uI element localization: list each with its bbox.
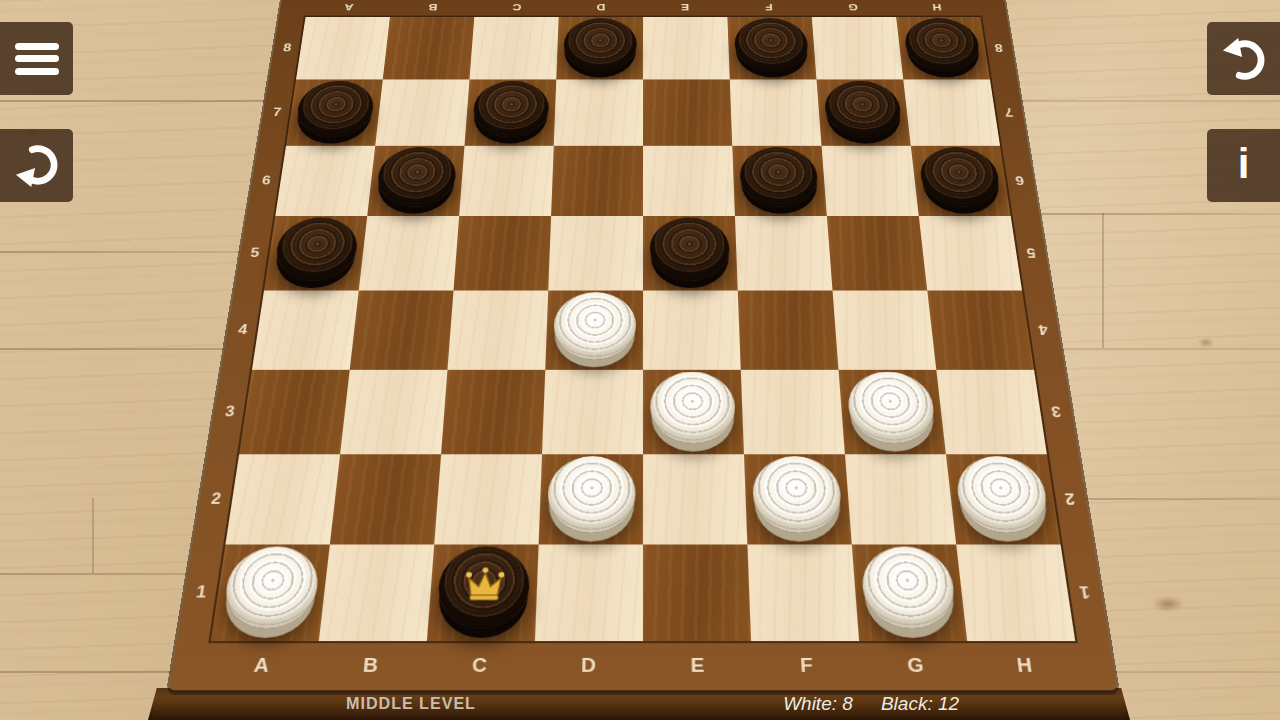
square-D2[interactable] [539,454,643,544]
square-G7[interactable] [816,79,910,145]
square-E5[interactable] [643,216,738,291]
black-man-piece-F8[interactable] [733,18,810,72]
square-H4[interactable] [927,291,1034,370]
square-F5[interactable] [735,216,833,291]
black-man-piece-A5[interactable] [272,217,361,281]
new-game-button[interactable] [0,129,73,202]
square-G2[interactable] [845,454,956,544]
square-G4[interactable] [833,291,937,370]
square-C5[interactable] [453,216,551,291]
square-B2[interactable] [330,454,441,544]
undo-button[interactable] [1207,22,1280,95]
black-man-piece-G7[interactable] [823,81,904,138]
file-label-top-D: D [559,0,643,17]
black-score-label: Black: 12 [881,693,959,715]
square-C6[interactable] [459,146,554,216]
file-label-bottom-D: D [533,641,643,690]
white-score-label: White: 8 [783,693,853,715]
square-G3[interactable] [839,370,946,454]
white-man-piece-A1[interactable] [220,546,322,629]
difficulty-level-label: MIDDLE LEVEL [346,694,476,714]
square-H3[interactable] [936,370,1047,454]
hamburger-icon [15,37,59,80]
white-man-piece-F2[interactable] [751,456,844,533]
floor-plank-joint [1102,213,1104,348]
file-label-top-E: E [643,0,727,17]
square-C7[interactable] [464,79,556,145]
file-label-top-G: G [810,0,896,17]
file-label-bottom-A: A [203,641,319,690]
black-man-piece-F6[interactable] [739,147,820,207]
file-label-bottom-H: H [967,641,1083,690]
square-F6[interactable] [732,146,827,216]
info-button[interactable]: i [1207,129,1280,202]
board-grid [211,17,1075,641]
square-G1[interactable] [852,544,967,641]
wood-knot [1198,338,1214,347]
square-D3[interactable] [542,370,643,454]
white-man-piece-D2[interactable] [546,456,636,533]
square-E2[interactable] [643,454,747,544]
square-G5[interactable] [827,216,927,291]
square-F2[interactable] [744,454,852,544]
square-C1[interactable] [427,544,539,641]
white-man-piece-G1[interactable] [859,546,958,629]
square-E4[interactable] [643,291,741,370]
square-D7[interactable] [554,79,643,145]
square-G6[interactable] [822,146,919,216]
white-man-piece-H2[interactable] [953,456,1051,533]
file-label-bottom-E: E [643,641,753,690]
square-A4[interactable] [252,291,359,370]
black-man-piece-B6[interactable] [375,147,458,207]
square-B3[interactable] [340,370,447,454]
square-F8[interactable] [727,17,816,80]
square-H1[interactable] [956,544,1075,641]
square-E6[interactable] [643,146,735,216]
info-icon: i [1238,143,1250,185]
square-C2[interactable] [434,454,542,544]
file-label-top-C: C [474,0,559,17]
square-E1[interactable] [643,544,751,641]
black-man-piece-H8[interactable] [902,18,983,72]
checkers-app-screen: MIDDLE LEVEL White: 8 Black: 12 ABCDEFGH… [0,0,1280,720]
floor-plank-seam [0,251,250,253]
wood-knot [1152,596,1184,612]
square-B6[interactable] [367,146,464,216]
file-label-top-B: B [390,0,476,17]
square-A5[interactable] [264,216,367,291]
square-C8[interactable] [470,17,559,80]
square-H7[interactable] [903,79,1000,145]
square-G8[interactable] [812,17,903,80]
square-D4[interactable] [545,291,643,370]
board-front-face: MIDDLE LEVEL White: 8 Black: 12 [148,688,1130,720]
black-man-piece-A7[interactable] [293,81,376,138]
king-crown-icon [459,563,509,606]
square-E7[interactable] [643,79,732,145]
undo-icon [1221,36,1267,82]
square-A1[interactable] [211,544,330,641]
square-A7[interactable] [286,79,383,145]
square-H8[interactable] [896,17,990,80]
file-label-top-A: A [306,0,393,17]
square-C3[interactable] [441,370,545,454]
square-E8[interactable] [643,17,730,80]
square-A8[interactable] [296,17,390,80]
file-label-bottom-F: F [751,641,863,690]
menu-button[interactable] [0,22,73,95]
black-man-piece-E5[interactable] [649,217,730,281]
square-C4[interactable] [447,291,548,370]
square-B1[interactable] [319,544,434,641]
square-D8[interactable] [556,17,643,80]
square-F7[interactable] [730,79,822,145]
square-D1[interactable] [535,544,643,641]
file-labels-top: ABCDEFGH [306,0,981,17]
white-man-piece-E3[interactable] [650,371,737,443]
file-label-top-H: H [894,0,981,17]
black-man-piece-H6[interactable] [917,147,1003,207]
black-man-piece-C7[interactable] [471,81,550,138]
square-D6[interactable] [551,146,643,216]
file-labels-bottom: ABCDEFGH [203,641,1082,690]
restart-icon [14,143,60,189]
square-B8[interactable] [383,17,474,80]
checkers-board: ABCDEFGH ABCDEFGH 87654321 87654321 [169,0,1118,690]
square-F3[interactable] [741,370,845,454]
file-label-top-F: F [727,0,812,17]
black-man-piece-D8[interactable] [563,18,637,72]
square-D5[interactable] [548,216,643,291]
square-A6[interactable] [275,146,375,216]
black-king-piece-C1[interactable] [435,546,531,629]
square-H6[interactable] [911,146,1011,216]
square-H5[interactable] [919,216,1022,291]
square-B7[interactable] [375,79,469,145]
square-B5[interactable] [359,216,459,291]
square-F4[interactable] [738,291,839,370]
square-H2[interactable] [946,454,1061,544]
file-label-bottom-G: G [859,641,973,690]
floor-plank-joint [92,498,94,573]
square-F1[interactable] [747,544,859,641]
square-A2[interactable] [225,454,340,544]
square-B4[interactable] [350,291,454,370]
floor-plank-seam [1040,213,1280,215]
square-E3[interactable] [643,370,744,454]
white-man-piece-D4[interactable] [552,292,636,360]
white-man-piece-G3[interactable] [845,371,937,443]
square-A3[interactable] [239,370,350,454]
file-label-bottom-B: B [313,641,427,690]
file-label-bottom-C: C [423,641,535,690]
